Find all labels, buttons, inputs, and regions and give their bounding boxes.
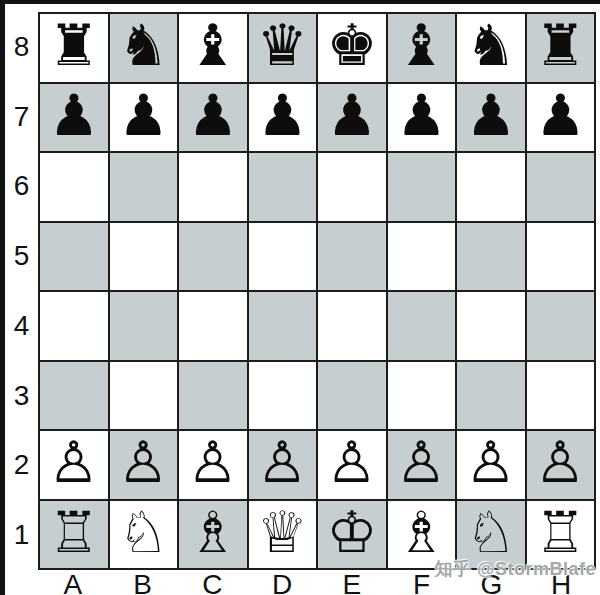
piece-black-pawn: ♟ <box>118 87 169 144</box>
file-label-d: D <box>247 569 317 595</box>
square-c5[interactable] <box>179 223 247 291</box>
square-e2[interactable]: ♙ <box>318 431 386 499</box>
square-b1[interactable]: ♘ <box>110 501 178 569</box>
square-h4[interactable] <box>527 292 595 360</box>
square-d1[interactable]: ♕ <box>249 501 317 569</box>
square-f3[interactable] <box>388 362 456 430</box>
file-label-c: C <box>178 569 248 595</box>
chess-board: ♜♞♝♛♚♝♞♜♟♟♟♟♟♟♟♟♙♙♙♙♙♙♙♙♖♘♗♕♔♗♘♖ <box>38 12 596 570</box>
square-h6[interactable] <box>527 153 595 221</box>
square-f4[interactable] <box>388 292 456 360</box>
square-d7[interactable]: ♟ <box>249 84 317 152</box>
square-a5[interactable] <box>40 223 108 291</box>
square-f8[interactable]: ♝ <box>388 14 456 82</box>
piece-white-bishop: ♗ <box>396 504 447 561</box>
square-e1[interactable]: ♔ <box>318 501 386 569</box>
square-a7[interactable]: ♟ <box>40 84 108 152</box>
piece-black-king: ♚ <box>326 17 377 74</box>
square-c7[interactable]: ♟ <box>179 84 247 152</box>
piece-white-rook: ♖ <box>48 504 99 561</box>
square-h7[interactable]: ♟ <box>527 84 595 152</box>
piece-black-pawn: ♟ <box>326 87 377 144</box>
piece-black-knight: ♞ <box>465 17 516 74</box>
square-g4[interactable] <box>457 292 525 360</box>
square-a1[interactable]: ♖ <box>40 501 108 569</box>
square-f7[interactable]: ♟ <box>388 84 456 152</box>
square-g3[interactable] <box>457 362 525 430</box>
piece-white-rook: ♖ <box>535 504 586 561</box>
rank-label-5: 5 <box>5 221 38 291</box>
square-b2[interactable]: ♙ <box>110 431 178 499</box>
file-label-b: B <box>108 569 178 595</box>
rank-label-6: 6 <box>5 152 38 222</box>
rank-labels: 87654321 <box>5 12 38 570</box>
square-e4[interactable] <box>318 292 386 360</box>
square-g2[interactable]: ♙ <box>457 431 525 499</box>
piece-black-rook: ♜ <box>48 17 99 74</box>
square-a3[interactable] <box>40 362 108 430</box>
file-label-e: E <box>317 569 387 595</box>
square-d3[interactable] <box>249 362 317 430</box>
square-g8[interactable]: ♞ <box>457 14 525 82</box>
square-e5[interactable] <box>318 223 386 291</box>
piece-white-pawn: ♙ <box>326 434 377 491</box>
piece-black-rook: ♜ <box>535 17 586 74</box>
square-a6[interactable] <box>40 153 108 221</box>
square-a8[interactable]: ♜ <box>40 14 108 82</box>
piece-black-pawn: ♟ <box>48 87 99 144</box>
square-b5[interactable] <box>110 223 178 291</box>
file-label-a: A <box>38 569 108 595</box>
square-e8[interactable]: ♚ <box>318 14 386 82</box>
piece-black-pawn: ♟ <box>465 87 516 144</box>
piece-black-bishop: ♝ <box>187 17 238 74</box>
piece-black-pawn: ♟ <box>187 87 238 144</box>
square-h2[interactable]: ♙ <box>527 431 595 499</box>
square-b7[interactable]: ♟ <box>110 84 178 152</box>
chess-diagram: 87654321 ♜♞♝♛♚♝♞♜♟♟♟♟♟♟♟♟♙♙♙♙♙♙♙♙♖♘♗♕♔♗♘… <box>0 0 600 595</box>
piece-white-pawn: ♙ <box>396 434 447 491</box>
square-e3[interactable] <box>318 362 386 430</box>
square-d6[interactable] <box>249 153 317 221</box>
piece-black-knight: ♞ <box>118 17 169 74</box>
piece-white-pawn: ♙ <box>48 434 99 491</box>
piece-white-bishop: ♗ <box>187 504 238 561</box>
square-c6[interactable] <box>179 153 247 221</box>
square-f2[interactable]: ♙ <box>388 431 456 499</box>
square-d4[interactable] <box>249 292 317 360</box>
square-d2[interactable]: ♙ <box>249 431 317 499</box>
square-c2[interactable]: ♙ <box>179 431 247 499</box>
watermark: 知乎 @StormBlafe <box>434 557 596 581</box>
rank-label-1: 1 <box>5 500 38 570</box>
square-d5[interactable] <box>249 223 317 291</box>
square-h3[interactable] <box>527 362 595 430</box>
square-b3[interactable] <box>110 362 178 430</box>
rank-label-4: 4 <box>5 291 38 361</box>
square-b8[interactable]: ♞ <box>110 14 178 82</box>
piece-white-pawn: ♙ <box>118 434 169 491</box>
square-e6[interactable] <box>318 153 386 221</box>
square-g6[interactable] <box>457 153 525 221</box>
piece-black-pawn: ♟ <box>396 87 447 144</box>
square-c8[interactable]: ♝ <box>179 14 247 82</box>
rank-label-8: 8 <box>5 12 38 82</box>
square-h8[interactable]: ♜ <box>527 14 595 82</box>
square-g7[interactable]: ♟ <box>457 84 525 152</box>
square-d8[interactable]: ♛ <box>249 14 317 82</box>
square-c3[interactable] <box>179 362 247 430</box>
piece-white-queen: ♕ <box>257 504 308 561</box>
piece-black-bishop: ♝ <box>396 17 447 74</box>
square-b4[interactable] <box>110 292 178 360</box>
piece-white-pawn: ♙ <box>257 434 308 491</box>
piece-black-pawn: ♟ <box>257 87 308 144</box>
square-c4[interactable] <box>179 292 247 360</box>
square-e7[interactable]: ♟ <box>318 84 386 152</box>
square-a2[interactable]: ♙ <box>40 431 108 499</box>
square-c1[interactable]: ♗ <box>179 501 247 569</box>
frame-top-border <box>0 0 600 4</box>
piece-white-knight: ♘ <box>465 504 516 561</box>
rank-label-3: 3 <box>5 361 38 431</box>
piece-white-king: ♔ <box>326 504 377 561</box>
square-g5[interactable] <box>457 223 525 291</box>
piece-white-pawn: ♙ <box>465 434 516 491</box>
piece-white-knight: ♘ <box>118 504 169 561</box>
rank-label-7: 7 <box>5 82 38 152</box>
square-b6[interactable] <box>110 153 178 221</box>
rank-label-2: 2 <box>5 431 38 501</box>
piece-white-pawn: ♙ <box>187 434 238 491</box>
square-a4[interactable] <box>40 292 108 360</box>
square-h5[interactable] <box>527 223 595 291</box>
piece-black-pawn: ♟ <box>535 87 586 144</box>
square-f6[interactable] <box>388 153 456 221</box>
piece-white-pawn: ♙ <box>535 434 586 491</box>
piece-black-queen: ♛ <box>257 17 308 74</box>
square-f5[interactable] <box>388 223 456 291</box>
